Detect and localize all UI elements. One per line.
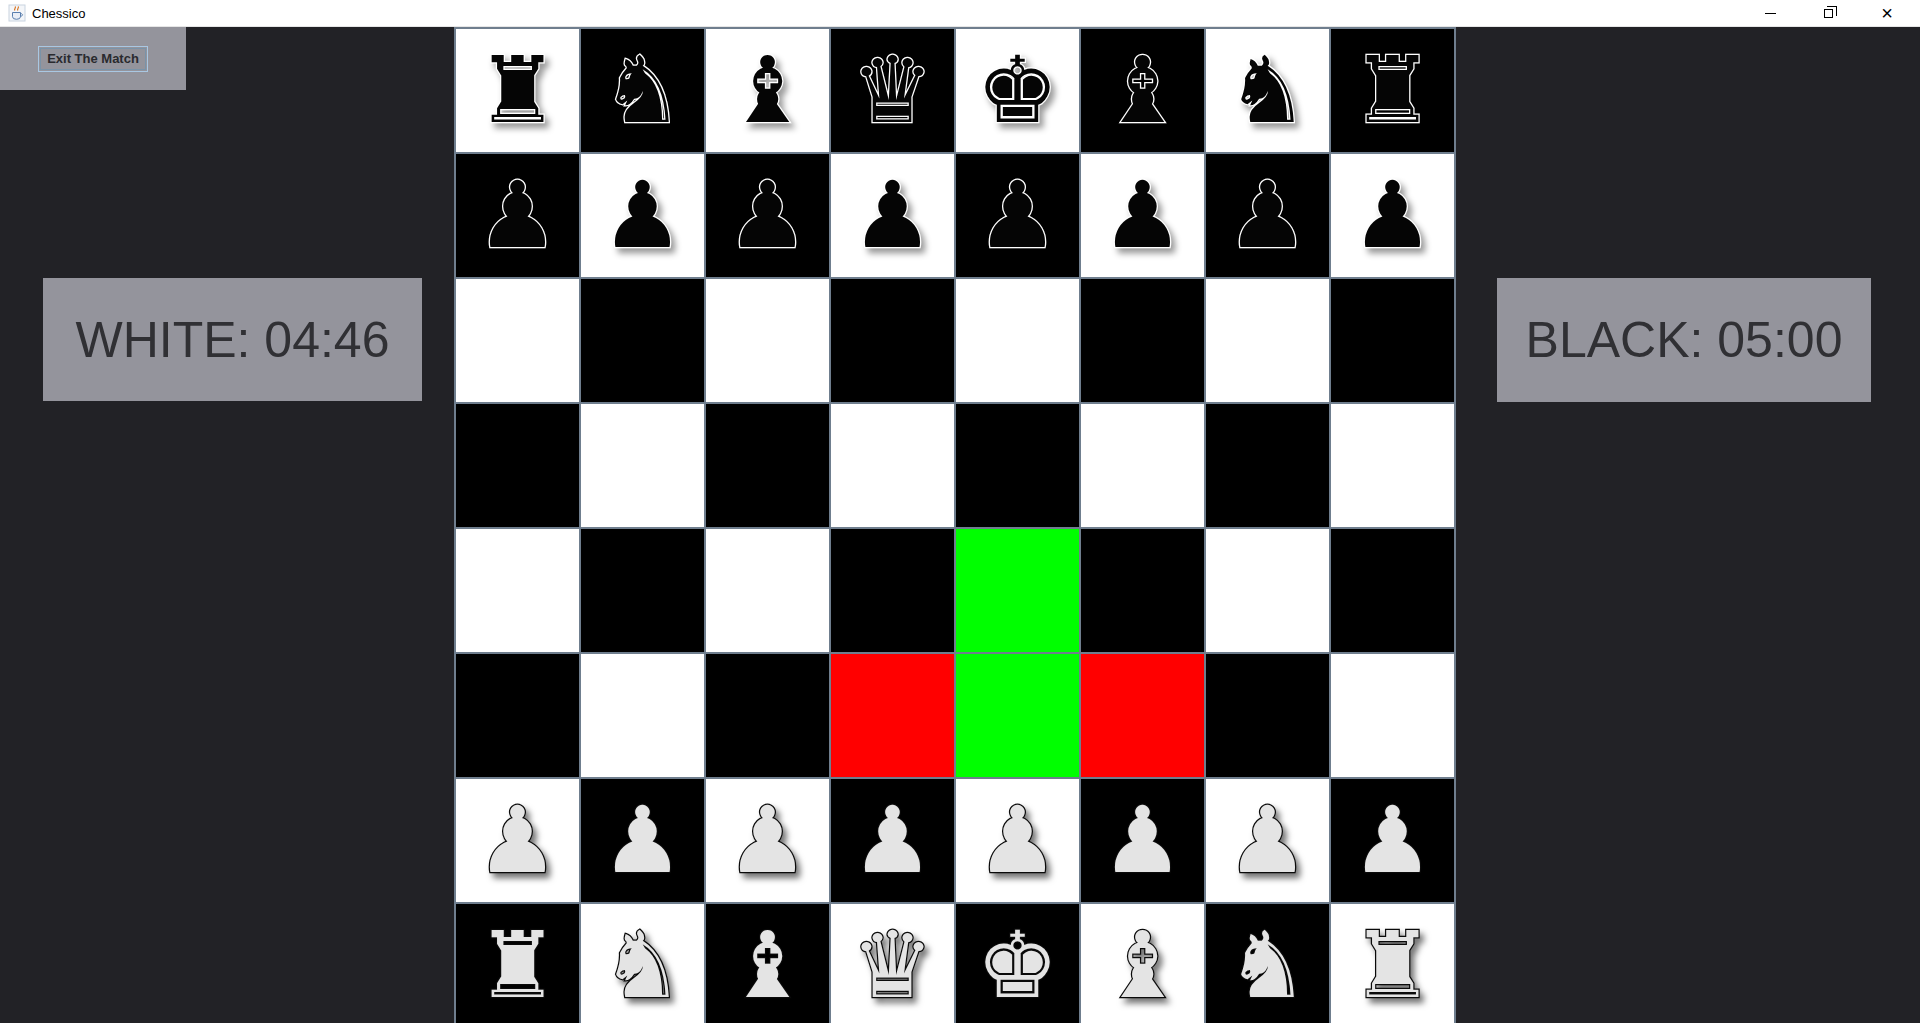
square-c7[interactable]: ♟ <box>706 154 829 277</box>
white-clock-panel: WHITE: 04:46 <box>43 278 422 401</box>
square-f8[interactable]: ♝ <box>1081 29 1204 152</box>
square-d6[interactable] <box>831 279 954 402</box>
white-rook-a1: ♜ <box>476 920 558 1012</box>
square-h7[interactable]: ♟ <box>1331 154 1454 277</box>
black-knight-g8: ♞ <box>1226 45 1308 137</box>
square-g6[interactable] <box>1206 279 1329 402</box>
square-g8[interactable]: ♞ <box>1206 29 1329 152</box>
square-f7[interactable]: ♟ <box>1081 154 1204 277</box>
square-a5[interactable] <box>456 404 579 527</box>
square-h2[interactable]: ♟ <box>1331 779 1454 902</box>
square-a7[interactable]: ♟ <box>456 154 579 277</box>
square-f4[interactable] <box>1081 529 1204 652</box>
square-a1[interactable]: ♜ <box>456 904 579 1023</box>
white-pawn-a2: ♟ <box>476 795 558 887</box>
square-h4[interactable] <box>1331 529 1454 652</box>
square-e7[interactable]: ♟ <box>956 154 1079 277</box>
black-bishop-c8: ♝ <box>726 45 808 137</box>
minimize-icon <box>1765 13 1776 14</box>
square-c5[interactable] <box>706 404 829 527</box>
black-pawn-c7: ♟ <box>726 170 808 262</box>
square-f6[interactable] <box>1081 279 1204 402</box>
square-g7[interactable]: ♟ <box>1206 154 1329 277</box>
white-queen-d1: ♛ <box>851 920 933 1012</box>
square-f2[interactable]: ♟ <box>1081 779 1204 902</box>
square-g2[interactable]: ♟ <box>1206 779 1329 902</box>
square-g1[interactable]: ♞ <box>1206 904 1329 1023</box>
close-button[interactable]: × <box>1864 0 1910 26</box>
white-bishop-f1: ♝ <box>1101 920 1183 1012</box>
square-h1[interactable]: ♜ <box>1331 904 1454 1023</box>
square-b4[interactable] <box>581 529 704 652</box>
window-title: Chessico <box>32 6 85 21</box>
square-e8[interactable]: ♚ <box>956 29 1079 152</box>
black-clock-panel: BLACK: 05:00 <box>1497 278 1871 402</box>
square-a6[interactable] <box>456 279 579 402</box>
exit-panel: Exit The Match <box>0 27 186 90</box>
square-b7[interactable]: ♟ <box>581 154 704 277</box>
white-king-e1: ♚ <box>976 920 1058 1012</box>
square-g4[interactable] <box>1206 529 1329 652</box>
square-e4[interactable] <box>956 529 1079 652</box>
square-e2[interactable]: ♟ <box>956 779 1079 902</box>
java-coffee-cup-icon <box>8 4 26 22</box>
black-pawn-f7: ♟ <box>1101 170 1183 262</box>
square-d5[interactable] <box>831 404 954 527</box>
white-pawn-b2: ♟ <box>601 795 683 887</box>
square-e1[interactable]: ♚ <box>956 904 1079 1023</box>
square-h5[interactable] <box>1331 404 1454 527</box>
white-pawn-f2: ♟ <box>1101 795 1183 887</box>
white-pawn-e2: ♟ <box>976 795 1058 887</box>
black-rook-h8: ♜ <box>1351 45 1433 137</box>
chess-board: ♜♞♝♛♚♝♞♜♟♟♟♟♟♟♟♟♟♟♟♟♟♟♟♟♜♞♝♛♚♝♞♜ <box>454 27 1456 1023</box>
black-knight-b8: ♞ <box>601 45 683 137</box>
square-c6[interactable] <box>706 279 829 402</box>
square-c1[interactable]: ♝ <box>706 904 829 1023</box>
square-a3[interactable] <box>456 654 579 777</box>
square-h3[interactable] <box>1331 654 1454 777</box>
white-knight-g1: ♞ <box>1226 920 1308 1012</box>
black-pawn-g7: ♟ <box>1226 170 1308 262</box>
square-a8[interactable]: ♜ <box>456 29 579 152</box>
white-pawn-d2: ♟ <box>851 795 933 887</box>
square-b5[interactable] <box>581 404 704 527</box>
black-pawn-h7: ♟ <box>1351 170 1433 262</box>
square-e5[interactable] <box>956 404 1079 527</box>
square-d2[interactable]: ♟ <box>831 779 954 902</box>
square-a4[interactable] <box>456 529 579 652</box>
square-b2[interactable]: ♟ <box>581 779 704 902</box>
black-pawn-d7: ♟ <box>851 170 933 262</box>
square-c8[interactable]: ♝ <box>706 29 829 152</box>
square-f3[interactable] <box>1081 654 1204 777</box>
square-f5[interactable] <box>1081 404 1204 527</box>
black-pawn-b7: ♟ <box>601 170 683 262</box>
white-rook-h1: ♜ <box>1351 920 1433 1012</box>
java-app-icon <box>8 4 26 22</box>
exit-match-button[interactable]: Exit The Match <box>38 46 148 72</box>
white-clock-text: WHITE: 04:46 <box>76 311 390 369</box>
square-f1[interactable]: ♝ <box>1081 904 1204 1023</box>
restore-button[interactable] <box>1805 0 1851 26</box>
black-clock-text: BLACK: 05:00 <box>1526 311 1843 369</box>
square-d1[interactable]: ♛ <box>831 904 954 1023</box>
white-knight-b1: ♞ <box>601 920 683 1012</box>
square-c3[interactable] <box>706 654 829 777</box>
square-e6[interactable] <box>956 279 1079 402</box>
square-d7[interactable]: ♟ <box>831 154 954 277</box>
square-b3[interactable] <box>581 654 704 777</box>
white-pawn-g2: ♟ <box>1226 795 1308 887</box>
white-pawn-c2: ♟ <box>726 795 808 887</box>
close-icon: × <box>1881 3 1893 23</box>
restore-icon <box>1824 9 1833 18</box>
title-bar: Chessico × <box>0 0 1920 27</box>
square-b1[interactable]: ♞ <box>581 904 704 1023</box>
black-pawn-e7: ♟ <box>976 170 1058 262</box>
black-pawn-a7: ♟ <box>476 170 558 262</box>
square-d8[interactable]: ♛ <box>831 29 954 152</box>
square-b6[interactable] <box>581 279 704 402</box>
square-g5[interactable] <box>1206 404 1329 527</box>
square-g3[interactable] <box>1206 654 1329 777</box>
black-rook-a8: ♜ <box>476 45 558 137</box>
app-client-area: Exit The Match WHITE: 04:46 BLACK: 05:00… <box>0 27 1920 1023</box>
black-bishop-f8: ♝ <box>1101 45 1183 137</box>
square-e3[interactable] <box>956 654 1079 777</box>
white-bishop-c1: ♝ <box>726 920 808 1012</box>
square-h8[interactable]: ♜ <box>1331 29 1454 152</box>
square-c2[interactable]: ♟ <box>706 779 829 902</box>
black-king-e8: ♚ <box>976 45 1058 137</box>
square-h6[interactable] <box>1331 279 1454 402</box>
square-c4[interactable] <box>706 529 829 652</box>
square-a2[interactable]: ♟ <box>456 779 579 902</box>
white-pawn-h2: ♟ <box>1351 795 1433 887</box>
square-b8[interactable]: ♞ <box>581 29 704 152</box>
minimize-button[interactable] <box>1747 0 1793 26</box>
square-d4[interactable] <box>831 529 954 652</box>
square-d3[interactable] <box>831 654 954 777</box>
black-queen-d8: ♛ <box>851 45 933 137</box>
